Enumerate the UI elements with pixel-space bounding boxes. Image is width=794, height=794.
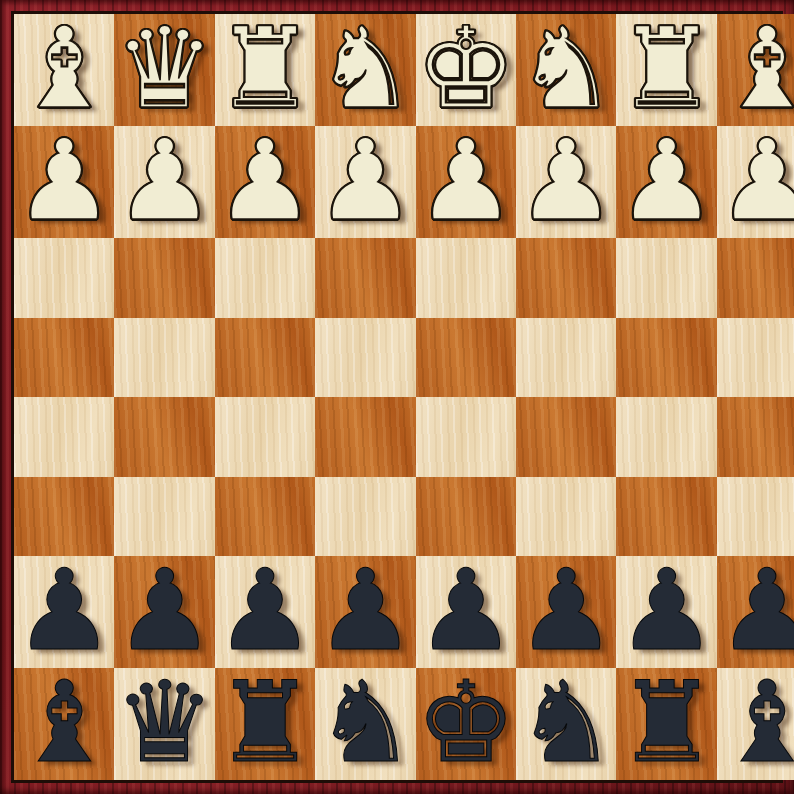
square-6-5[interactable]: ♟ [516,556,616,668]
square-7-0[interactable]: ♝ [14,668,114,780]
black-pawn-piece[interactable]: ♟ [315,554,415,666]
square-3-7[interactable] [717,318,794,398]
board-frame: ♝♛♜♞♚♞♜♝♟♟♟♟♟♟♟♟♟♟♟♟♟♟♟♟♝♛♜♞♚♞♜♝ [0,0,794,794]
square-0-1[interactable]: ♛ [114,14,214,126]
square-4-5[interactable] [516,397,616,477]
square-1-4[interactable]: ♟ [416,126,516,238]
square-6-6[interactable]: ♟ [616,556,716,668]
square-4-0[interactable] [14,397,114,477]
square-3-2[interactable] [215,318,315,398]
square-1-5[interactable]: ♟ [516,126,616,238]
white-pawn-piece[interactable]: ♟ [416,124,516,236]
square-0-5[interactable]: ♞ [516,14,616,126]
square-2-1[interactable] [114,238,214,318]
square-6-2[interactable]: ♟ [215,556,315,668]
square-2-3[interactable] [315,238,415,318]
square-3-3[interactable] [315,318,415,398]
square-6-4[interactable]: ♟ [416,556,516,668]
square-2-7[interactable] [717,238,794,318]
white-rook-piece[interactable]: ♜ [616,12,716,124]
square-3-1[interactable] [114,318,214,398]
black-bishop-piece[interactable]: ♝ [14,666,114,778]
black-knight-piece[interactable]: ♞ [315,666,415,778]
square-4-7[interactable] [717,397,794,477]
square-1-7[interactable]: ♟ [717,126,794,238]
white-queen-piece[interactable]: ♛ [114,12,214,124]
square-7-2[interactable]: ♜ [215,668,315,780]
square-4-3[interactable] [315,397,415,477]
square-2-4[interactable] [416,238,516,318]
square-2-0[interactable] [14,238,114,318]
black-pawn-piece[interactable]: ♟ [717,554,794,666]
white-knight-piece[interactable]: ♞ [315,12,415,124]
white-pawn-piece[interactable]: ♟ [14,124,114,236]
square-7-4[interactable]: ♚ [416,668,516,780]
square-0-3[interactable]: ♞ [315,14,415,126]
square-0-0[interactable]: ♝ [14,14,114,126]
square-3-6[interactable] [616,318,716,398]
square-0-4[interactable]: ♚ [416,14,516,126]
chess-board: ♝♛♜♞♚♞♜♝♟♟♟♟♟♟♟♟♟♟♟♟♟♟♟♟♝♛♜♞♚♞♜♝ [14,14,780,780]
square-0-7[interactable]: ♝ [717,14,794,126]
square-3-0[interactable] [14,318,114,398]
white-rook-piece[interactable]: ♜ [215,12,315,124]
square-2-2[interactable] [215,238,315,318]
black-pawn-piece[interactable]: ♟ [14,554,114,666]
black-pawn-piece[interactable]: ♟ [215,554,315,666]
square-0-6[interactable]: ♜ [616,14,716,126]
white-pawn-piece[interactable]: ♟ [114,124,214,236]
black-bishop-piece[interactable]: ♝ [717,666,794,778]
white-king-piece[interactable]: ♚ [416,12,516,124]
square-7-7[interactable]: ♝ [717,668,794,780]
square-6-3[interactable]: ♟ [315,556,415,668]
square-2-6[interactable] [616,238,716,318]
white-bishop-piece[interactable]: ♝ [717,12,794,124]
square-7-1[interactable]: ♛ [114,668,214,780]
square-1-2[interactable]: ♟ [215,126,315,238]
square-6-7[interactable]: ♟ [717,556,794,668]
white-pawn-piece[interactable]: ♟ [717,124,794,236]
square-4-2[interactable] [215,397,315,477]
square-3-4[interactable] [416,318,516,398]
square-0-2[interactable]: ♜ [215,14,315,126]
square-4-4[interactable] [416,397,516,477]
black-pawn-piece[interactable]: ♟ [616,554,716,666]
black-king-piece[interactable]: ♚ [416,666,516,778]
white-pawn-piece[interactable]: ♟ [215,124,315,236]
white-pawn-piece[interactable]: ♟ [616,124,716,236]
square-6-0[interactable]: ♟ [14,556,114,668]
square-7-3[interactable]: ♞ [315,668,415,780]
black-pawn-piece[interactable]: ♟ [416,554,516,666]
black-rook-piece[interactable]: ♜ [215,666,315,778]
black-knight-piece[interactable]: ♞ [516,666,616,778]
square-6-1[interactable]: ♟ [114,556,214,668]
square-1-6[interactable]: ♟ [616,126,716,238]
black-queen-piece[interactable]: ♛ [114,666,214,778]
white-knight-piece[interactable]: ♞ [516,12,616,124]
square-7-6[interactable]: ♜ [616,668,716,780]
square-4-1[interactable] [114,397,214,477]
white-pawn-piece[interactable]: ♟ [315,124,415,236]
square-3-5[interactable] [516,318,616,398]
square-4-6[interactable] [616,397,716,477]
black-pawn-piece[interactable]: ♟ [114,554,214,666]
board-inner-border: ♝♛♜♞♚♞♜♝♟♟♟♟♟♟♟♟♟♟♟♟♟♟♟♟♝♛♜♞♚♞♜♝ [11,11,783,783]
square-1-0[interactable]: ♟ [14,126,114,238]
white-pawn-piece[interactable]: ♟ [516,124,616,236]
black-pawn-piece[interactable]: ♟ [516,554,616,666]
square-2-5[interactable] [516,238,616,318]
square-1-1[interactable]: ♟ [114,126,214,238]
black-rook-piece[interactable]: ♜ [616,666,716,778]
square-7-5[interactable]: ♞ [516,668,616,780]
white-bishop-piece[interactable]: ♝ [14,12,114,124]
square-1-3[interactable]: ♟ [315,126,415,238]
